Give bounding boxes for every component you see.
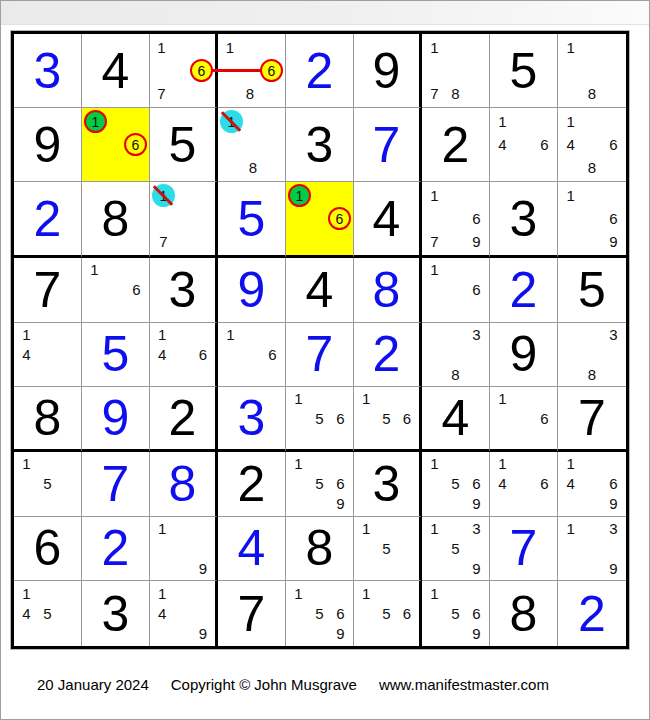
- candidate-slot: [311, 230, 328, 253]
- candidate-slot: [560, 494, 581, 514]
- candidate-slot: [58, 345, 79, 365]
- cell-r5c4[interactable]: 16: [218, 323, 286, 388]
- cell-r6c3[interactable]: 2: [150, 387, 218, 452]
- candidate-slot: [513, 494, 534, 514]
- candidate-slot: [581, 325, 602, 345]
- cell-r2c8[interactable]: 146: [490, 108, 558, 182]
- candidate: 1: [294, 456, 302, 471]
- cell-r7c8[interactable]: 146: [490, 452, 558, 517]
- cell-r6c2[interactable]: 9: [82, 387, 150, 452]
- candidate: 4: [22, 606, 30, 621]
- cell-r2c4[interactable]: 18: [218, 108, 286, 182]
- candidate-slot: 3: [466, 325, 487, 345]
- candidate-slot: [466, 59, 487, 82]
- cell-r7c1[interactable]: 15: [14, 452, 82, 517]
- candidate-slot: 1: [356, 389, 376, 408]
- cell-r3c5[interactable]: 16: [286, 182, 354, 258]
- candidate-slot: [172, 558, 192, 578]
- cell-r4c2[interactable]: 16: [82, 258, 150, 323]
- candidate-slot: [397, 519, 417, 539]
- given-digit: 4: [286, 258, 353, 322]
- candidate-slot: [581, 184, 602, 207]
- candidate-slot: 4: [492, 133, 513, 156]
- candidate: 1: [362, 391, 370, 406]
- candidate-slot: [513, 110, 534, 133]
- candidate: 1: [294, 391, 302, 406]
- cell-r4c5[interactable]: 4: [286, 258, 354, 323]
- cell-r5c1[interactable]: 14: [14, 323, 82, 388]
- candidate-slot: 9: [330, 624, 351, 644]
- candidate: 9: [472, 234, 480, 249]
- cell-r8c5[interactable]: 8: [286, 517, 354, 582]
- candidate-slot: 9: [466, 558, 487, 578]
- cell-r7c6[interactable]: 3: [354, 452, 422, 517]
- cell-r2c5[interactable]: 3: [286, 108, 354, 182]
- cell-r5c9[interactable]: 38: [558, 323, 626, 388]
- candidate-slot: [466, 260, 487, 280]
- cell-r8c7[interactable]: 1359: [422, 517, 490, 582]
- candidate-slot: [603, 184, 624, 207]
- candidate: 1: [362, 586, 370, 601]
- candidate: 1: [22, 586, 30, 601]
- given-digit: 2: [150, 387, 215, 449]
- cell-r6c4[interactable]: 3: [218, 387, 286, 452]
- candidate-slot: 1: [152, 36, 171, 59]
- candidate-slot: [58, 454, 79, 474]
- candidate-slot: [193, 604, 213, 624]
- candidate-slot: [513, 428, 534, 447]
- cell-r7c4[interactable]: 2: [218, 452, 286, 517]
- candidate-slot: [581, 539, 602, 559]
- candidate-slot: [105, 300, 126, 320]
- cell-r7c9[interactable]: 1469: [558, 452, 626, 517]
- candidate: 7: [159, 234, 167, 249]
- candidate: 9: [199, 626, 207, 641]
- candidate-slot: [534, 110, 555, 133]
- candidate-slot: 7: [424, 230, 445, 253]
- cell-r4c9[interactable]: 5: [558, 258, 626, 323]
- cell-r2c2[interactable]: 16: [82, 108, 150, 182]
- cell-r9c9[interactable]: 2: [558, 581, 626, 646]
- candidate: 1: [430, 586, 438, 601]
- candidate-slot: 8: [445, 82, 466, 105]
- candidate-slot: [445, 280, 466, 300]
- candidate-slot: [397, 389, 417, 408]
- candidate: 5: [451, 476, 459, 491]
- candidate-slot: 9: [603, 558, 624, 578]
- candidate-slot: [581, 230, 602, 253]
- candidate-slot: [603, 454, 624, 474]
- cell-r1c8[interactable]: 5: [490, 34, 558, 108]
- candidate: 4: [158, 606, 166, 621]
- cell-r8c6[interactable]: 15: [354, 517, 422, 582]
- given-digit: 8: [14, 387, 81, 449]
- cell-r8c4[interactable]: 4: [218, 517, 286, 582]
- cell-r7c7[interactable]: 1569: [422, 452, 490, 517]
- candidate: 6: [540, 137, 548, 152]
- candidate-slot: [58, 364, 79, 384]
- candidate-slot: 4: [560, 133, 581, 156]
- cell-r9c3[interactable]: 149: [150, 581, 218, 646]
- candidate-slot: [16, 494, 37, 514]
- candidate-slot: [581, 207, 602, 230]
- candidate: 1: [566, 40, 574, 55]
- candidate-slot: 1: [356, 519, 376, 539]
- candidate-slot: 3: [603, 325, 624, 345]
- footer: 20 January 2024 Copyright © John Musgrav…: [37, 676, 549, 693]
- candidate-slot: [240, 59, 260, 82]
- candidate-slot: [175, 184, 194, 207]
- cell-r9c6[interactable]: 156: [354, 581, 422, 646]
- candidate-slot: [260, 36, 283, 59]
- candidate-slot: [581, 133, 602, 156]
- given-digit: 5: [150, 108, 215, 181]
- candidate-slot: 1: [424, 260, 445, 280]
- candidate-slot: 4: [492, 474, 513, 494]
- candidate-slot: [84, 280, 105, 300]
- candidate-slot: [152, 59, 171, 82]
- candidate: 3: [472, 521, 480, 536]
- candidate-slot: [445, 59, 466, 82]
- cell-r3c4[interactable]: 5: [218, 182, 286, 258]
- candidate-slot: 1: [424, 583, 445, 603]
- candidate-slot: [194, 184, 213, 207]
- candidate: 6: [403, 606, 411, 621]
- cell-r1c2[interactable]: 4: [82, 34, 150, 108]
- cell-r3c3[interactable]: 17: [150, 182, 218, 258]
- cell-r4c4[interactable]: 9: [218, 258, 286, 323]
- cell-r9c2[interactable]: 3: [82, 581, 150, 646]
- candidate-slot: 6: [190, 59, 213, 82]
- candidate-slot: [309, 583, 330, 603]
- candidate: 3: [609, 521, 617, 536]
- candidate: 1: [430, 456, 438, 471]
- candidate: 1: [226, 327, 234, 342]
- candidate-slot: [445, 583, 466, 603]
- candidate: 9: [609, 561, 617, 576]
- candidate: 1: [430, 262, 438, 277]
- candidate-slot: 8: [581, 364, 602, 384]
- candidate-slot: [445, 184, 466, 207]
- candidate: 9: [336, 496, 344, 511]
- cell-r4c8[interactable]: 2: [490, 258, 558, 323]
- candidate-slot: [492, 428, 513, 447]
- cell-r3c9[interactable]: 169: [558, 182, 626, 258]
- cell-r9c1[interactable]: 145: [14, 581, 82, 646]
- cell-r8c3[interactable]: 19: [150, 517, 218, 582]
- candidate-slot: [309, 428, 330, 447]
- candidate-slot: [107, 133, 124, 156]
- cell-r2c9[interactable]: 1468: [558, 108, 626, 182]
- cell-r6c6[interactable]: 156: [354, 387, 422, 452]
- candidate-slot: [309, 624, 330, 644]
- candidate-slot: 6: [397, 409, 417, 428]
- candidate-slot: [466, 300, 487, 320]
- candidate-slot: [124, 156, 147, 179]
- cell-r2c3[interactable]: 5: [150, 108, 218, 182]
- candidate: 4: [22, 347, 30, 362]
- candidate-slot: [445, 36, 466, 59]
- candidate-slot: [152, 364, 172, 384]
- candidate-slot: [560, 558, 581, 578]
- candidate-slot: [172, 519, 192, 539]
- candidate-slot: [58, 604, 79, 624]
- candidate-slot: 1: [16, 583, 37, 603]
- candidate-slot: 5: [309, 474, 330, 494]
- candidate-slot: [581, 474, 602, 494]
- candidate-slot: [220, 156, 243, 179]
- solved-digit: 3: [14, 34, 81, 107]
- candidate-slot: [424, 624, 445, 644]
- candidate-slot: [356, 604, 376, 624]
- footer-website: www.manifestmaster.com: [379, 676, 549, 693]
- candidate-slot: 8: [243, 156, 263, 179]
- cell-r3c1[interactable]: 2: [14, 182, 82, 258]
- candidate-slot: 1: [560, 110, 581, 133]
- candidate-slot: [581, 519, 602, 539]
- candidate-slot: [288, 428, 309, 447]
- cell-r1c7[interactable]: 178: [422, 34, 490, 108]
- candidate-slot: 1: [152, 184, 175, 207]
- candidate-slot: [37, 364, 58, 384]
- cell-r1c3[interactable]: 167: [150, 34, 218, 108]
- candidate-slot: 6: [603, 133, 624, 156]
- candidate: 1: [498, 114, 506, 129]
- cell-r4c3[interactable]: 3: [150, 258, 218, 323]
- cell-r7c2[interactable]: 7: [82, 452, 150, 517]
- candidate-slot: [397, 428, 417, 447]
- candidate-slot: 9: [330, 494, 351, 514]
- candidate-slot: 1: [492, 454, 513, 474]
- given-digit: 4: [422, 387, 489, 449]
- candidate-slot: 6: [466, 280, 487, 300]
- cell-r9c7[interactable]: 1569: [422, 581, 490, 646]
- candidate-slot: [376, 624, 396, 644]
- candidate-slot: 6: [397, 604, 417, 624]
- cell-r2c6[interactable]: 7: [354, 108, 422, 182]
- candidate-slot: [107, 156, 124, 179]
- candidate-slot: [262, 364, 283, 384]
- candidate-slot: [193, 364, 213, 384]
- candidate: 1: [566, 188, 574, 203]
- candidate-slot: [171, 82, 190, 105]
- cell-r2c1[interactable]: 9: [14, 108, 82, 182]
- candidate-slot: [220, 345, 241, 365]
- given-digit: 3: [150, 258, 215, 322]
- candidate: 4: [498, 137, 506, 152]
- candidate-slot: [84, 156, 107, 179]
- candidate-slot: [445, 519, 466, 539]
- candidate-slot: 5: [376, 409, 396, 428]
- candidate-slot: [376, 558, 396, 578]
- candidate-slot: [152, 539, 172, 559]
- candidate-slot: 5: [376, 604, 396, 624]
- cell-r3c6[interactable]: 4: [354, 182, 422, 258]
- candidate: 6: [472, 606, 480, 621]
- cell-r1c1[interactable]: 3: [14, 34, 82, 108]
- candidate: 5: [451, 541, 459, 556]
- candidate-slot: [190, 82, 213, 105]
- candidate-slot: [513, 389, 534, 408]
- cell-r7c5[interactable]: 1569: [286, 452, 354, 517]
- candidate-slot: 5: [445, 539, 466, 559]
- candidate-slot: [124, 110, 147, 133]
- candidate: 6: [132, 282, 140, 297]
- candidate-slot: [309, 454, 330, 474]
- eliminated-candidate: 1: [220, 110, 243, 133]
- given-digit: 4: [354, 182, 419, 255]
- candidate-slot: [194, 230, 213, 253]
- candidate-slot: 1: [560, 184, 581, 207]
- candidate-slot: 1: [288, 184, 311, 207]
- candidate-slot: 5: [37, 474, 58, 494]
- candidate: 5: [451, 606, 459, 621]
- cell-r6c8[interactable]: 16: [490, 387, 558, 452]
- candidate-slot: [58, 325, 79, 345]
- solved-digit: 2: [82, 517, 149, 581]
- candidate-slot: 9: [466, 624, 487, 644]
- candidate-slot: [445, 345, 466, 365]
- candidate-slot: [288, 409, 309, 428]
- candidate-slot: [16, 624, 37, 644]
- candidate-slot: [424, 59, 445, 82]
- cell-r9c4[interactable]: 7: [218, 581, 286, 646]
- candidate-slot: [220, 133, 243, 156]
- cell-r5c8[interactable]: 9: [490, 323, 558, 388]
- cell-r1c4[interactable]: 168: [218, 34, 286, 108]
- candidate-slot: 1: [424, 454, 445, 474]
- candidate-slot: 4: [152, 604, 172, 624]
- candidate-slot: [445, 624, 466, 644]
- candidate: 5: [382, 411, 390, 426]
- candidate-slot: [445, 230, 466, 253]
- candidate-slot: [175, 230, 194, 253]
- cell-r1c9[interactable]: 18: [558, 34, 626, 108]
- candidate-slot: 1: [492, 389, 513, 408]
- candidate-slot: [492, 409, 513, 428]
- cell-r4c1[interactable]: 7: [14, 258, 82, 323]
- solved-digit: 2: [354, 323, 419, 387]
- cell-r8c9[interactable]: 139: [558, 517, 626, 582]
- candidate-slot: 6: [260, 59, 283, 82]
- candidate-slot: 6: [330, 474, 351, 494]
- candidate-slot: [84, 300, 105, 320]
- candidate-slot: [263, 133, 283, 156]
- candidate-slot: [581, 110, 602, 133]
- candidate-slot: 6: [193, 345, 213, 365]
- given-digit: 7: [558, 387, 626, 449]
- cell-r9c8[interactable]: 8: [490, 581, 558, 646]
- cell-r6c5[interactable]: 156: [286, 387, 354, 452]
- candidate-slot: [397, 558, 417, 578]
- candidate-slot: [84, 133, 107, 156]
- solved-digit: 8: [150, 452, 215, 516]
- cell-r4c6[interactable]: 8: [354, 258, 422, 323]
- candidate-slot: [241, 325, 262, 345]
- candidate-slot: [172, 583, 192, 603]
- cell-r9c5[interactable]: 1569: [286, 581, 354, 646]
- candidate-slot: 3: [603, 519, 624, 539]
- cell-r7c3[interactable]: 8: [150, 452, 218, 517]
- cell-r1c5[interactable]: 2: [286, 34, 354, 108]
- cell-r8c8[interactable]: 7: [490, 517, 558, 582]
- cell-r2c7[interactable]: 2: [422, 108, 490, 182]
- top-bar: [1, 1, 649, 25]
- candidate-slot: 1: [288, 454, 309, 474]
- candidate-slot: [424, 539, 445, 559]
- given-digit: 5: [558, 258, 626, 322]
- candidate: 1: [22, 327, 30, 342]
- candidate: 1: [158, 521, 166, 536]
- candidate-slot: [330, 454, 351, 474]
- candidate-slot: [175, 207, 194, 230]
- candidate-slot: [424, 494, 445, 514]
- candidate-slot: 5: [376, 539, 396, 559]
- candidate-slot: [534, 454, 555, 474]
- cell-r4c7[interactable]: 16: [422, 258, 490, 323]
- candidate-slot: 9: [603, 230, 624, 253]
- candidate-slot: [105, 280, 126, 300]
- candidate-slot: [152, 624, 172, 644]
- cell-r5c3[interactable]: 146: [150, 323, 218, 388]
- candidate-slot: [424, 300, 445, 320]
- candidate-slot: [581, 59, 602, 82]
- candidate-slot: [560, 82, 581, 105]
- solved-digit: 5: [82, 323, 149, 387]
- candidate-slot: 9: [603, 494, 624, 514]
- candidate-slot: [581, 345, 602, 365]
- candidate-slot: 1: [288, 583, 309, 603]
- cell-r1c6[interactable]: 9: [354, 34, 422, 108]
- cell-r3c2[interactable]: 8: [82, 182, 150, 258]
- cell-r5c2[interactable]: 5: [82, 323, 150, 388]
- candidate-slot: [243, 110, 263, 133]
- cell-r5c7[interactable]: 38: [422, 323, 490, 388]
- candidate: 8: [588, 160, 596, 175]
- candidate-slot: [190, 36, 213, 59]
- candidate: 1: [158, 586, 166, 601]
- candidate-slot: [603, 156, 624, 179]
- cell-r6c7[interactable]: 4: [422, 387, 490, 452]
- candidate-slot: [445, 454, 466, 474]
- cell-r6c1[interactable]: 8: [14, 387, 82, 452]
- cell-r3c8[interactable]: 3: [490, 182, 558, 258]
- cell-r5c6[interactable]: 2: [354, 323, 422, 388]
- candidate: 6: [268, 347, 276, 362]
- candidate: 9: [609, 496, 617, 511]
- candidate-slot: [311, 184, 328, 207]
- cell-r5c5[interactable]: 7: [286, 323, 354, 388]
- candidate-slot: 6: [262, 345, 283, 365]
- candidate-slot: 1: [152, 325, 172, 345]
- candidate-slot: [58, 474, 79, 494]
- cell-r6c9[interactable]: 7: [558, 387, 626, 452]
- candidate-slot: [445, 207, 466, 230]
- candidate-slot: [193, 325, 213, 345]
- candidate-slot: 1: [560, 36, 581, 59]
- candidate: 9: [472, 496, 480, 511]
- cell-r8c2[interactable]: 2: [82, 517, 150, 582]
- cell-r3c7[interactable]: 1679: [422, 182, 490, 258]
- candidate: 1: [498, 456, 506, 471]
- candidate-slot: [171, 36, 190, 59]
- candidate-slot: [560, 325, 581, 345]
- candidate-slot: [424, 207, 445, 230]
- cell-r8c1[interactable]: 6: [14, 517, 82, 582]
- candidate-slot: [328, 184, 351, 207]
- candidate-slot: 8: [445, 364, 466, 384]
- candidate-slot: [37, 325, 58, 345]
